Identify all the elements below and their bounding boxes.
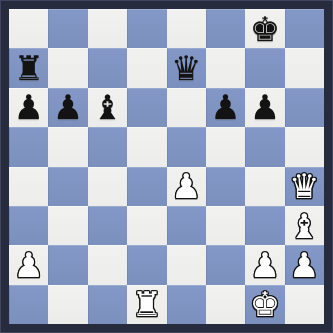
square-f6[interactable]: ♟ [206, 88, 245, 127]
square-e5[interactable] [167, 127, 206, 166]
square-b6[interactable]: ♟ [48, 88, 87, 127]
square-a7[interactable]: ♜ [9, 48, 48, 87]
square-g5[interactable] [245, 127, 284, 166]
piece-black-rook[interactable]: ♜ [13, 51, 43, 85]
piece-white-pawn[interactable]: ♟ [289, 248, 319, 282]
square-b2[interactable] [48, 245, 87, 284]
square-g6[interactable]: ♟ [245, 88, 284, 127]
square-h7[interactable] [285, 48, 324, 87]
square-g8[interactable]: ♚ [245, 9, 284, 48]
piece-white-rook[interactable]: ♜ [132, 287, 162, 321]
square-a4[interactable] [9, 167, 48, 206]
square-f7[interactable] [206, 48, 245, 87]
square-f5[interactable] [206, 127, 245, 166]
piece-black-pawn[interactable]: ♟ [210, 90, 240, 124]
square-e2[interactable] [167, 245, 206, 284]
square-b5[interactable] [48, 127, 87, 166]
piece-white-pawn[interactable]: ♟ [250, 248, 280, 282]
square-f2[interactable] [206, 245, 245, 284]
piece-black-king[interactable]: ♚ [250, 12, 280, 46]
piece-white-pawn[interactable]: ♟ [171, 169, 201, 203]
square-e4[interactable]: ♟ [167, 167, 206, 206]
square-b8[interactable] [48, 9, 87, 48]
square-g4[interactable] [245, 167, 284, 206]
square-g1[interactable]: ♚ [245, 285, 284, 324]
square-a1[interactable] [9, 285, 48, 324]
square-b7[interactable] [48, 48, 87, 87]
square-a3[interactable] [9, 206, 48, 245]
piece-black-pawn[interactable]: ♟ [53, 90, 83, 124]
square-a8[interactable] [9, 9, 48, 48]
square-h4[interactable]: ♛ [285, 167, 324, 206]
square-h1[interactable] [285, 285, 324, 324]
square-c4[interactable] [88, 167, 127, 206]
square-h8[interactable] [285, 9, 324, 48]
square-d7[interactable] [127, 48, 166, 87]
square-a5[interactable] [9, 127, 48, 166]
square-d1[interactable]: ♜ [127, 285, 166, 324]
square-c6[interactable]: ♝ [88, 88, 127, 127]
piece-white-pawn[interactable]: ♟ [13, 248, 43, 282]
square-f1[interactable] [206, 285, 245, 324]
square-h2[interactable]: ♟ [285, 245, 324, 284]
square-e7[interactable]: ♛ [167, 48, 206, 87]
square-c3[interactable] [88, 206, 127, 245]
square-d5[interactable] [127, 127, 166, 166]
piece-white-bishop[interactable]: ♝ [289, 209, 319, 243]
square-h6[interactable] [285, 88, 324, 127]
square-e8[interactable] [167, 9, 206, 48]
board-grid: ♚♜♛♟♟♝♟♟♟♛♝♟♟♟♜♚ [9, 9, 324, 324]
square-c8[interactable] [88, 9, 127, 48]
piece-black-pawn[interactable]: ♟ [250, 90, 280, 124]
square-g2[interactable]: ♟ [245, 245, 284, 284]
square-d2[interactable] [127, 245, 166, 284]
piece-black-bishop[interactable]: ♝ [92, 90, 122, 124]
square-b1[interactable] [48, 285, 87, 324]
square-f4[interactable] [206, 167, 245, 206]
square-e1[interactable] [167, 285, 206, 324]
square-c1[interactable] [88, 285, 127, 324]
square-a2[interactable]: ♟ [9, 245, 48, 284]
square-h5[interactable] [285, 127, 324, 166]
piece-white-king[interactable]: ♚ [250, 287, 280, 321]
square-e3[interactable] [167, 206, 206, 245]
square-h3[interactable]: ♝ [285, 206, 324, 245]
square-f3[interactable] [206, 206, 245, 245]
square-g3[interactable] [245, 206, 284, 245]
square-f8[interactable] [206, 9, 245, 48]
square-c5[interactable] [88, 127, 127, 166]
square-g7[interactable] [245, 48, 284, 87]
chess-board: ♚♜♛♟♟♝♟♟♟♛♝♟♟♟♜♚ [0, 0, 333, 333]
piece-black-pawn[interactable]: ♟ [13, 90, 43, 124]
square-e6[interactable] [167, 88, 206, 127]
square-c7[interactable] [88, 48, 127, 87]
piece-white-queen[interactable]: ♛ [289, 169, 319, 203]
square-c2[interactable] [88, 245, 127, 284]
square-d4[interactable] [127, 167, 166, 206]
square-d6[interactable] [127, 88, 166, 127]
square-b3[interactable] [48, 206, 87, 245]
square-d8[interactable] [127, 9, 166, 48]
piece-black-queen[interactable]: ♛ [171, 51, 201, 85]
square-b4[interactable] [48, 167, 87, 206]
square-a6[interactable]: ♟ [9, 88, 48, 127]
square-d3[interactable] [127, 206, 166, 245]
